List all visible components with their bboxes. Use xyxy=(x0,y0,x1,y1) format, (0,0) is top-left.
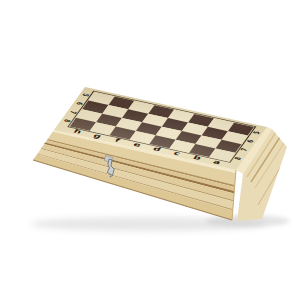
product-photo-chess-box: hgfedcba56785678 xyxy=(0,0,300,300)
